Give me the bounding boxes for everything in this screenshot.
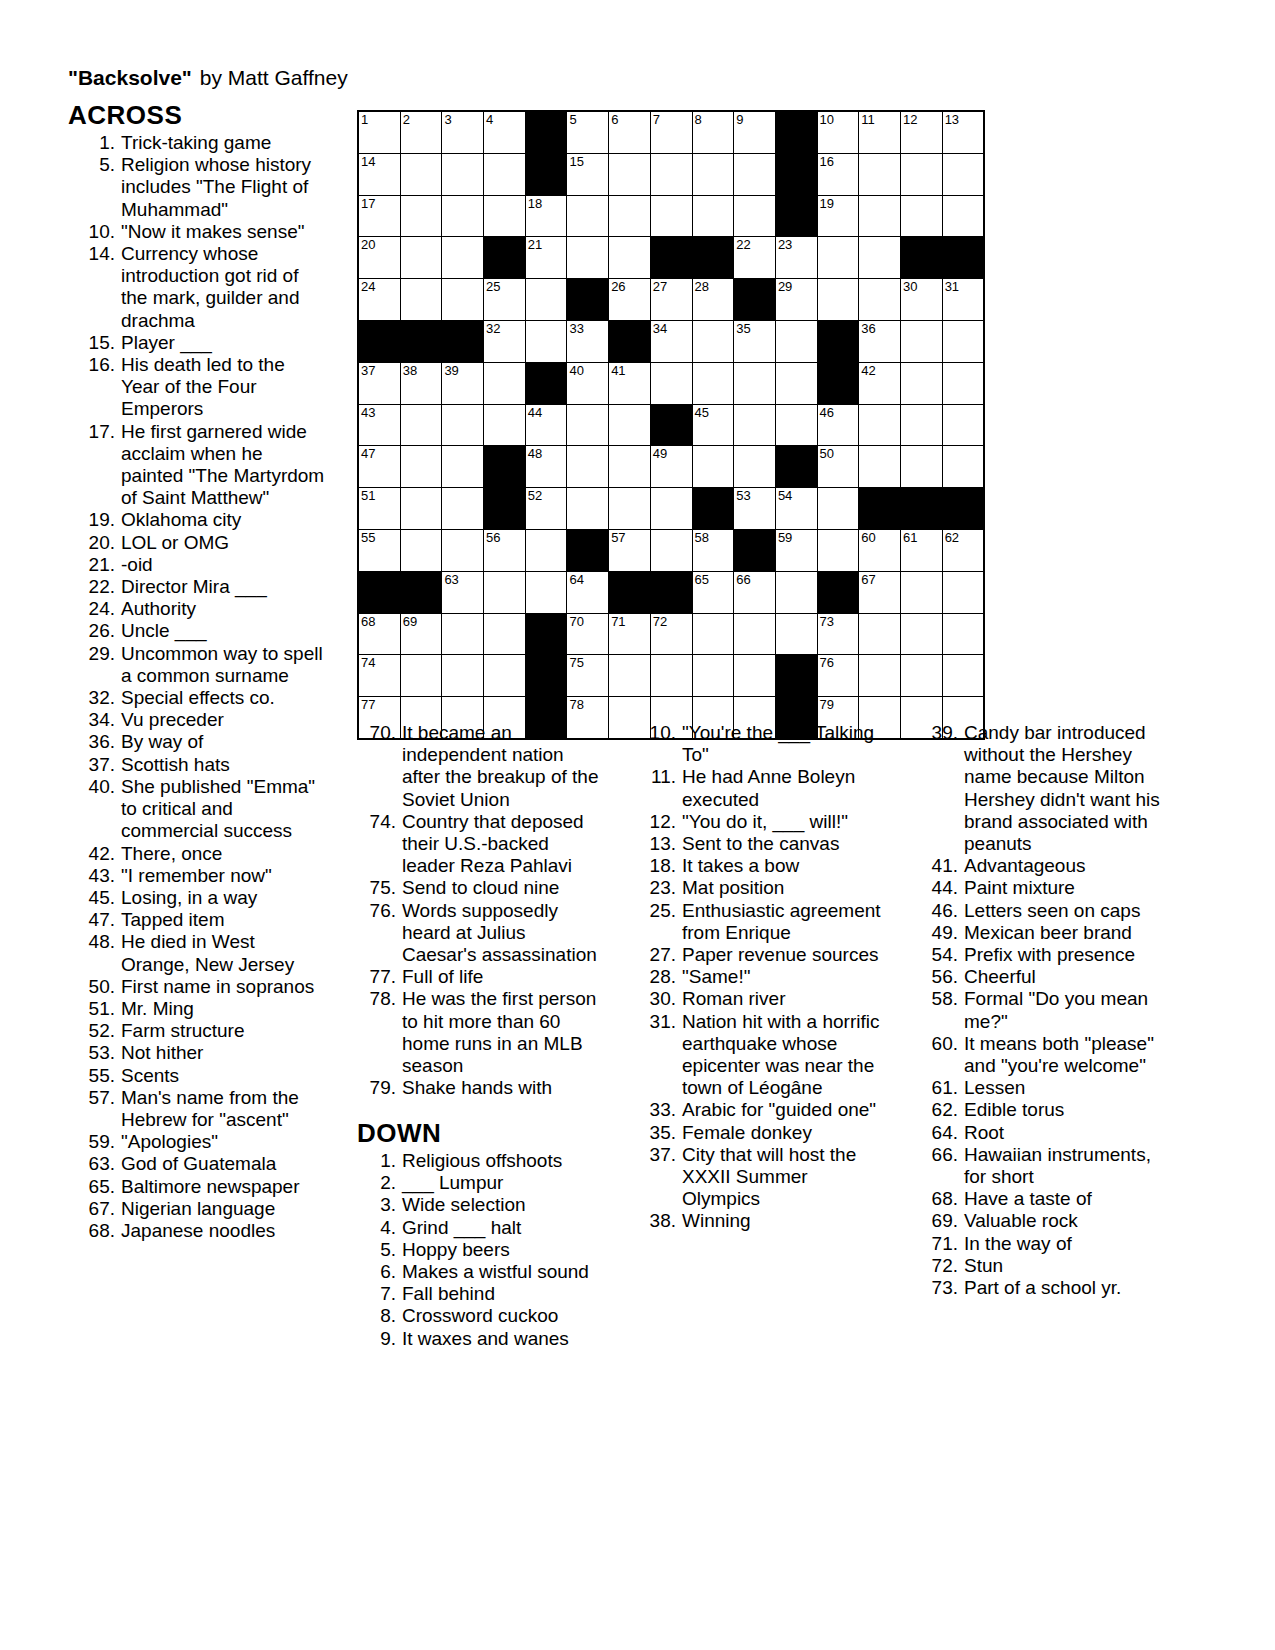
grid-cell[interactable] (442, 405, 483, 446)
clue-number: 5. (78, 154, 115, 176)
grid-cell[interactable] (651, 363, 692, 404)
grid-cell[interactable]: 32 (484, 321, 525, 362)
clue-number: 67. (78, 1198, 115, 1220)
grid-cell[interactable] (567, 446, 608, 487)
grid-cell[interactable] (901, 405, 942, 446)
grid-cell[interactable] (693, 196, 734, 237)
grid-cell[interactable] (859, 614, 900, 655)
clue-text: He first garnered wide acclaim when he p… (121, 421, 328, 510)
clue-text: Mat position (682, 877, 887, 899)
across-header: ACROSS (68, 100, 182, 131)
clue-number: 56. (880, 966, 958, 988)
clue-number: 35. (598, 1122, 676, 1144)
cell-number: 6 (611, 112, 618, 127)
clue-item: 58.Formal "Do you mean me?" (880, 988, 1178, 1032)
grid-cell[interactable] (651, 154, 692, 195)
clue-text: Root (964, 1122, 1178, 1144)
grid-cell[interactable]: 5 (567, 112, 608, 153)
grid-cell[interactable] (401, 237, 442, 278)
grid-cell[interactable]: 16 (818, 154, 859, 195)
clue-text: Paper revenue sources (682, 944, 887, 966)
grid-cell[interactable] (609, 405, 650, 446)
down-clues-column-3: 39.Candy bar introduced without the Hers… (880, 722, 1178, 1299)
clue-number: 40. (78, 776, 115, 798)
grid-cell[interactable]: 47 (359, 446, 400, 487)
grid-cell[interactable] (734, 655, 775, 696)
clue-text: Shake hands with (402, 1077, 602, 1099)
grid-cell[interactable] (818, 488, 859, 529)
clue-number: 71. (880, 1233, 958, 1255)
clue-item: 5.Hoppy beers (318, 1239, 602, 1261)
grid-cell[interactable]: 48 (526, 446, 567, 487)
grid-cell-black (693, 237, 734, 278)
grid-cell[interactable] (859, 279, 900, 320)
grid-cell[interactable]: 13 (943, 112, 984, 153)
grid-cell[interactable] (943, 446, 984, 487)
grid-cell[interactable] (401, 446, 442, 487)
clue-item: 37.Scottish hats (78, 754, 328, 776)
grid-cell[interactable] (442, 279, 483, 320)
grid-cell[interactable] (651, 196, 692, 237)
grid-cell-black (526, 112, 567, 153)
grid-cell[interactable] (943, 614, 984, 655)
grid-cell[interactable] (734, 363, 775, 404)
clue-text: Lessen (964, 1077, 1178, 1099)
cell-number: 49 (653, 446, 667, 461)
clue-item: 48.He died in West Orange, New Jersey (78, 931, 328, 975)
grid-cell[interactable]: 37 (359, 363, 400, 404)
clue-number: 18. (598, 855, 676, 877)
clue-item: 29.Uncommon way to spell a common surnam… (78, 643, 328, 687)
grid-cell[interactable]: 22 (734, 237, 775, 278)
grid-cell[interactable] (943, 655, 984, 696)
grid-cell[interactable] (818, 279, 859, 320)
grid-cell[interactable] (526, 279, 567, 320)
clue-item: 55.Scents (78, 1065, 328, 1087)
clue-item: 63.God of Guatemala (78, 1153, 328, 1175)
clue-text: "Apologies" (121, 1131, 328, 1153)
grid-cell[interactable]: 17 (359, 196, 400, 237)
clue-text: City that will host the XXXII Summer Oly… (682, 1144, 887, 1211)
grid-cell[interactable] (901, 154, 942, 195)
clue-item: 35.Female donkey (598, 1122, 887, 1144)
clue-number: 59. (78, 1131, 115, 1153)
cell-number: 55 (361, 530, 375, 545)
grid-cell[interactable] (693, 321, 734, 362)
grid-cell[interactable]: 39 (442, 363, 483, 404)
grid-cell[interactable]: 69 (401, 614, 442, 655)
grid-cell-black (943, 488, 984, 529)
clue-item: 72.Stun (880, 1255, 1178, 1277)
grid-cell-black (943, 237, 984, 278)
cell-number: 25 (486, 279, 500, 294)
grid-cell-black (651, 572, 692, 613)
clue-number: 15. (78, 332, 115, 354)
grid-cell[interactable]: 26 (609, 279, 650, 320)
grid-cell[interactable]: 45 (693, 405, 734, 446)
clue-text: Full of life (402, 966, 602, 988)
grid-cell[interactable]: 23 (776, 237, 817, 278)
clue-number: 57. (78, 1087, 115, 1109)
clue-text: It became an independent nation after th… (402, 722, 602, 811)
grid-cell[interactable] (734, 614, 775, 655)
grid-cell[interactable]: 6 (609, 112, 650, 153)
clue-number: 23. (598, 877, 676, 899)
grid-cell[interactable]: 19 (818, 196, 859, 237)
clue-item: 50.First name in sopranos (78, 976, 328, 998)
clue-text: LOL or OMG (121, 532, 328, 554)
grid-cell[interactable] (526, 321, 567, 362)
grid-cell[interactable] (859, 154, 900, 195)
grid-cell[interactable]: 46 (818, 405, 859, 446)
grid-cell[interactable] (651, 488, 692, 529)
grid-cell[interactable] (901, 363, 942, 404)
cell-number: 47 (361, 446, 375, 461)
cell-number: 1 (361, 112, 368, 127)
grid-cell[interactable]: 36 (859, 321, 900, 362)
grid-cell[interactable] (484, 405, 525, 446)
grid-cell[interactable]: 35 (734, 321, 775, 362)
clue-item: 64.Root (880, 1122, 1178, 1144)
grid-cell[interactable]: 8 (693, 112, 734, 153)
grid-cell[interactable]: 43 (359, 405, 400, 446)
grid-cell[interactable]: 21 (526, 237, 567, 278)
cell-number: 27 (653, 279, 667, 294)
clue-item: 24.Authority (78, 598, 328, 620)
grid-cell[interactable]: 75 (567, 655, 608, 696)
grid-cell[interactable] (442, 237, 483, 278)
clue-text: Not hither (121, 1042, 328, 1064)
clue-item: 1.Trick-taking game (78, 132, 328, 154)
grid-cell[interactable] (609, 196, 650, 237)
grid-cell[interactable]: 73 (818, 614, 859, 655)
grid-cell[interactable] (651, 530, 692, 571)
clue-item: 65.Baltimore newspaper (78, 1176, 328, 1198)
clue-item: 45.Losing, in a way (78, 887, 328, 909)
grid-cell[interactable] (943, 363, 984, 404)
grid-cell[interactable]: 14 (359, 154, 400, 195)
grid-cell[interactable]: 56 (484, 530, 525, 571)
grid-cell[interactable] (442, 154, 483, 195)
grid-cell[interactable]: 12 (901, 112, 942, 153)
grid-cell[interactable] (609, 446, 650, 487)
clue-item: 57.Man's name from the Hebrew for "ascen… (78, 1087, 328, 1131)
grid-cell[interactable] (484, 655, 525, 696)
grid-cell[interactable] (567, 196, 608, 237)
clue-number: 51. (78, 998, 115, 1020)
grid-cell[interactable]: 30 (901, 279, 942, 320)
grid-cell[interactable] (401, 279, 442, 320)
clue-item: 7.Fall behind (318, 1283, 602, 1305)
grid-cell-black (818, 363, 859, 404)
grid-cell-black (776, 112, 817, 153)
clue-number: 77. (318, 966, 396, 988)
grid-cell[interactable] (776, 363, 817, 404)
clue-text: Roman river (682, 988, 887, 1010)
clue-text: Scottish hats (121, 754, 328, 776)
clue-text: His death led to the Year of the Four Em… (121, 354, 328, 421)
grid-cell[interactable] (442, 655, 483, 696)
clue-number: 17. (78, 421, 115, 443)
grid-cell[interactable]: 55 (359, 530, 400, 571)
grid-cell[interactable]: 67 (859, 572, 900, 613)
grid-cell[interactable] (693, 655, 734, 696)
grid-cell[interactable] (693, 154, 734, 195)
grid-cell[interactable] (526, 572, 567, 613)
grid-cell[interactable] (859, 405, 900, 446)
grid-cell[interactable] (818, 530, 859, 571)
grid-cell[interactable]: 27 (651, 279, 692, 320)
clue-number: 61. (880, 1077, 958, 1099)
grid-cell[interactable] (818, 237, 859, 278)
clue-text: Have a taste of (964, 1188, 1178, 1210)
grid-cell[interactable]: 61 (901, 530, 942, 571)
grid-cell[interactable] (484, 363, 525, 404)
grid-cell[interactable] (901, 446, 942, 487)
grid-cell[interactable]: 10 (818, 112, 859, 153)
clue-item: 1.Religious offshoots (318, 1150, 602, 1172)
clue-number: 43. (78, 865, 115, 887)
grid-cell[interactable] (442, 530, 483, 571)
clue-number: 7. (318, 1283, 396, 1305)
clue-text: Words supposedly heard at Julius Caesar'… (402, 900, 602, 967)
grid-cell[interactable]: 15 (567, 154, 608, 195)
cell-number: 24 (361, 279, 375, 294)
clue-number: 38. (598, 1210, 676, 1232)
grid-cell[interactable] (442, 446, 483, 487)
grid-cell[interactable] (401, 405, 442, 446)
clue-item: 56.Cheerful (880, 966, 1178, 988)
cell-number: 4 (486, 112, 493, 127)
clue-number: 68. (880, 1188, 958, 1210)
cell-number: 53 (736, 488, 750, 503)
clue-text: "Same!" (682, 966, 887, 988)
clue-number: 75. (318, 877, 396, 899)
grid-cell[interactable] (401, 655, 442, 696)
grid-cell[interactable]: 42 (859, 363, 900, 404)
grid-cell[interactable] (484, 572, 525, 613)
clue-number: 76. (318, 900, 396, 922)
clue-number: 25. (598, 900, 676, 922)
cell-number: 54 (778, 488, 792, 503)
grid-cell[interactable]: 52 (526, 488, 567, 529)
grid-cell[interactable] (484, 154, 525, 195)
clue-text: Uncle ___ (121, 620, 328, 642)
clue-text: God of Guatemala (121, 1153, 328, 1175)
grid-cell[interactable] (442, 196, 483, 237)
grid-cell[interactable] (776, 321, 817, 362)
grid-cell[interactable] (401, 196, 442, 237)
clue-number: 21. (78, 554, 115, 576)
grid-cell[interactable] (776, 572, 817, 613)
grid-cell-black (776, 655, 817, 696)
clue-item: 43."I remember now" (78, 865, 328, 887)
clue-number: 10. (598, 722, 676, 744)
grid-cell[interactable] (567, 488, 608, 529)
grid-cell[interactable] (567, 237, 608, 278)
grid-cell[interactable]: 58 (693, 530, 734, 571)
grid-cell[interactable] (734, 154, 775, 195)
clue-number: 13. (598, 833, 676, 855)
grid-cell[interactable] (567, 405, 608, 446)
grid-cell[interactable]: 11 (859, 112, 900, 153)
clue-number: 28. (598, 966, 676, 988)
grid-cell[interactable] (859, 196, 900, 237)
grid-cell[interactable] (609, 488, 650, 529)
grid-cell[interactable] (401, 488, 442, 529)
clue-number: 36. (78, 731, 115, 753)
grid-cell[interactable]: 74 (359, 655, 400, 696)
grid-cell[interactable]: 44 (526, 405, 567, 446)
grid-cell[interactable]: 9 (734, 112, 775, 153)
grid-cell[interactable]: 28 (693, 279, 734, 320)
clue-text: Country that deposed their U.S.-backed l… (402, 811, 602, 878)
grid-cell[interactable] (693, 446, 734, 487)
grid-cell[interactable] (526, 530, 567, 571)
grid-cell[interactable] (901, 321, 942, 362)
grid-cell[interactable] (943, 405, 984, 446)
grid-cell[interactable]: 41 (609, 363, 650, 404)
grid-cell[interactable]: 2 (401, 112, 442, 153)
grid-cell[interactable]: 66 (734, 572, 775, 613)
clue-text: Player ___ (121, 332, 328, 354)
clue-text: Wide selection (402, 1194, 602, 1216)
grid-cell[interactable]: 20 (359, 237, 400, 278)
clue-text: Nation hit with a horrific earthquake wh… (682, 1011, 887, 1100)
grid-cell[interactable] (442, 614, 483, 655)
puzzle-byline: by Matt Gaffney (200, 66, 348, 89)
grid-cell[interactable] (943, 321, 984, 362)
clue-text: Special effects co. (121, 687, 328, 709)
grid-cell[interactable] (484, 614, 525, 655)
grid-cell[interactable] (901, 196, 942, 237)
clue-number: 58. (880, 988, 958, 1010)
grid-cell[interactable]: 33 (567, 321, 608, 362)
clue-number: 41. (880, 855, 958, 877)
clue-text: Paint mixture (964, 877, 1178, 899)
grid-cell[interactable] (651, 655, 692, 696)
grid-cell[interactable] (401, 154, 442, 195)
grid-cell[interactable]: 50 (818, 446, 859, 487)
grid-cell[interactable]: 4 (484, 112, 525, 153)
grid-cell[interactable]: 31 (943, 279, 984, 320)
cell-number: 36 (861, 321, 875, 336)
clue-number: 49. (880, 922, 958, 944)
cell-number: 13 (945, 112, 959, 127)
grid-cell[interactable] (442, 488, 483, 529)
clue-number: 47. (78, 909, 115, 931)
grid-cell[interactable]: 68 (359, 614, 400, 655)
grid-cell[interactable] (734, 405, 775, 446)
grid-cell[interactable] (776, 614, 817, 655)
grid-cell[interactable] (859, 446, 900, 487)
clue-item: 47.Tapped item (78, 909, 328, 931)
clue-item: 20.LOL or OMG (78, 532, 328, 554)
clue-number: 39. (880, 722, 958, 744)
clue-item: 25.Enthusiastic agreement from Enrique (598, 900, 887, 944)
clue-text: "I remember now" (121, 865, 328, 887)
clue-text: It waxes and wanes (402, 1328, 602, 1350)
grid-cell[interactable]: 54 (776, 488, 817, 529)
cell-number: 64 (569, 572, 583, 587)
grid-cell[interactable]: 3 (442, 112, 483, 153)
grid-cell[interactable]: 62 (943, 530, 984, 571)
grid-cell[interactable] (734, 446, 775, 487)
clue-item: 70.It became an independent nation after… (318, 722, 602, 811)
grid-cell[interactable]: 71 (609, 614, 650, 655)
grid-cell[interactable] (901, 655, 942, 696)
grid-cell[interactable] (859, 237, 900, 278)
grid-cell[interactable]: 1 (359, 112, 400, 153)
grid-cell[interactable]: 29 (776, 279, 817, 320)
clue-item: 28."Same!" (598, 966, 887, 988)
cell-number: 19 (820, 196, 834, 211)
cell-number: 51 (361, 488, 375, 503)
grid-cell[interactable] (609, 154, 650, 195)
clue-item: 5.Religion whose history includes "The F… (78, 154, 328, 221)
grid-cell-black (484, 488, 525, 529)
clue-item: 8.Crossword cuckoo (318, 1305, 602, 1327)
grid-cell[interactable] (943, 154, 984, 195)
clue-text: Edible torus (964, 1099, 1178, 1121)
clue-item: 78.He was the first person to hit more t… (318, 988, 602, 1077)
clue-number: 73. (880, 1277, 958, 1299)
grid-cell[interactable]: 72 (651, 614, 692, 655)
grid-cell[interactable] (484, 196, 525, 237)
grid-cell[interactable] (401, 530, 442, 571)
grid-cell[interactable]: 38 (401, 363, 442, 404)
grid-cell[interactable]: 65 (693, 572, 734, 613)
grid-cell[interactable] (901, 614, 942, 655)
grid-cell-black (567, 279, 608, 320)
grid-cell[interactable]: 7 (651, 112, 692, 153)
grid-cell[interactable] (943, 572, 984, 613)
grid-cell[interactable]: 34 (651, 321, 692, 362)
grid-cell[interactable]: 63 (442, 572, 483, 613)
clue-text: Valuable rock (964, 1210, 1178, 1232)
grid-cell[interactable]: 40 (567, 363, 608, 404)
grid-cell[interactable]: 25 (484, 279, 525, 320)
grid-cell[interactable] (859, 655, 900, 696)
grid-cell[interactable]: 57 (609, 530, 650, 571)
grid-cell[interactable]: 51 (359, 488, 400, 529)
grid-cell[interactable] (943, 196, 984, 237)
grid-cell-black (609, 572, 650, 613)
grid-cell[interactable] (693, 614, 734, 655)
grid-cell[interactable] (609, 655, 650, 696)
grid-cell[interactable] (693, 363, 734, 404)
grid-cell[interactable] (776, 405, 817, 446)
cell-number: 5 (569, 112, 576, 127)
grid-cell[interactable]: 60 (859, 530, 900, 571)
grid-cell[interactable]: 64 (567, 572, 608, 613)
clue-number: 70. (318, 722, 396, 744)
grid-cell[interactable]: 76 (818, 655, 859, 696)
clue-item: 69.Valuable rock (880, 1210, 1178, 1232)
grid-cell[interactable]: 59 (776, 530, 817, 571)
grid-cell[interactable]: 18 (526, 196, 567, 237)
grid-cell[interactable]: 70 (567, 614, 608, 655)
clue-number: 46. (880, 900, 958, 922)
clue-number: 54. (880, 944, 958, 966)
clue-text: Candy bar introduced without the Hershey… (964, 722, 1178, 855)
grid-cell[interactable] (734, 196, 775, 237)
grid-cell[interactable]: 49 (651, 446, 692, 487)
grid-cell[interactable] (609, 237, 650, 278)
grid-cell[interactable]: 24 (359, 279, 400, 320)
grid-cell[interactable]: 53 (734, 488, 775, 529)
grid-cell[interactable] (901, 572, 942, 613)
